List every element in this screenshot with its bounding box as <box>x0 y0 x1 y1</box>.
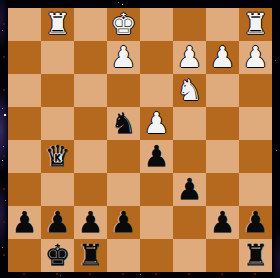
square-d7[interactable] <box>140 206 173 239</box>
square-e1[interactable]: ♚ <box>107 8 140 41</box>
square-h7[interactable]: ♟ <box>8 206 41 239</box>
square-g2[interactable] <box>41 41 74 74</box>
square-e4[interactable]: ♞ <box>107 107 140 140</box>
star-speck <box>275 60 276 61</box>
star-speck <box>2 108 3 109</box>
rank-tick <box>3 221 5 223</box>
piece-white-rook[interactable]: ♜ <box>41 8 74 41</box>
board-frame: ♜♚♜♟♟♟♟♞♞♟♛K♟♟♟♟♟♟♟♟♚♜♜ <box>0 0 280 278</box>
chess-board: ♜♚♜♟♟♟♟♞♞♟♛K♟♟♟♟♟♟♟♟♚♜♜ <box>8 8 272 272</box>
square-a7[interactable]: ♟ <box>239 206 272 239</box>
piece-black-queen[interactable]: ♛K <box>41 140 74 173</box>
star-speck <box>5 200 6 201</box>
piece-black-pawn[interactable]: ♟ <box>206 206 239 239</box>
square-c4[interactable] <box>173 107 206 140</box>
starfield-nebula <box>0 180 8 250</box>
file-tick <box>122 273 124 275</box>
piece-black-pawn[interactable]: ♟ <box>107 206 140 239</box>
file-tick <box>56 273 58 275</box>
piece-white-king[interactable]: ♚ <box>107 8 140 41</box>
square-a2[interactable]: ♟ <box>239 41 272 74</box>
piece-black-king[interactable]: ♚ <box>41 239 74 272</box>
square-a3[interactable] <box>239 74 272 107</box>
square-e8[interactable] <box>107 239 140 272</box>
square-a5[interactable] <box>239 140 272 173</box>
piece-white-pawn[interactable]: ♟ <box>206 41 239 74</box>
piece-white-rook[interactable]: ♜ <box>239 8 272 41</box>
square-h1[interactable] <box>8 8 41 41</box>
star-speck <box>276 150 277 151</box>
piece-white-pawn[interactable]: ♟ <box>239 41 272 74</box>
square-a8[interactable]: ♜ <box>239 239 272 272</box>
square-c1[interactable] <box>173 8 206 41</box>
square-c5[interactable] <box>173 140 206 173</box>
piece-black-rook[interactable]: ♜ <box>239 239 272 272</box>
square-f6[interactable] <box>74 173 107 206</box>
square-f2[interactable] <box>74 41 107 74</box>
square-f5[interactable] <box>74 140 107 173</box>
square-f4[interactable] <box>74 107 107 140</box>
star-speck <box>122 4 123 5</box>
file-tick <box>254 273 256 275</box>
rank-tick <box>3 254 5 256</box>
square-g6[interactable] <box>41 173 74 206</box>
square-h4[interactable] <box>8 107 41 140</box>
square-c2[interactable]: ♟ <box>173 41 206 74</box>
square-a1[interactable]: ♜ <box>239 8 272 41</box>
square-f1[interactable] <box>74 8 107 41</box>
piece-marking-label: K <box>53 154 61 163</box>
piece-black-pawn[interactable]: ♟ <box>239 206 272 239</box>
square-f7[interactable]: ♟ <box>74 206 107 239</box>
square-e5[interactable] <box>107 140 140 173</box>
square-e3[interactable] <box>107 74 140 107</box>
rank-tick <box>3 188 5 190</box>
piece-white-knight[interactable]: ♞ <box>173 74 206 107</box>
piece-black-pawn[interactable]: ♟ <box>41 206 74 239</box>
square-g1[interactable]: ♜ <box>41 8 74 41</box>
star-speck <box>140 274 141 275</box>
square-d5[interactable]: ♟ <box>140 140 173 173</box>
star-speck <box>2 247 3 248</box>
piece-white-pawn[interactable]: ♟ <box>173 41 206 74</box>
file-tick <box>188 273 190 275</box>
piece-black-knight[interactable]: ♞ <box>107 107 140 140</box>
square-c3[interactable]: ♞ <box>173 74 206 107</box>
file-tick <box>155 273 157 275</box>
piece-black-pawn[interactable]: ♟ <box>8 206 41 239</box>
piece-black-rook[interactable]: ♜ <box>74 239 107 272</box>
square-d4[interactable]: ♟ <box>140 107 173 140</box>
square-c8[interactable] <box>173 239 206 272</box>
square-g3[interactable] <box>41 74 74 107</box>
piece-black-pawn[interactable]: ♟ <box>173 173 206 206</box>
rank-tick <box>3 56 5 58</box>
square-a4[interactable] <box>239 107 272 140</box>
square-g7[interactable]: ♟ <box>41 206 74 239</box>
square-b7[interactable]: ♟ <box>206 206 239 239</box>
star-speck <box>2 160 3 161</box>
square-b1[interactable] <box>206 8 239 41</box>
square-d2[interactable] <box>140 41 173 74</box>
square-g4[interactable] <box>41 107 74 140</box>
star-speck <box>4 114 6 116</box>
piece-black-pawn[interactable]: ♟ <box>140 140 173 173</box>
file-tick <box>89 273 91 275</box>
square-c7[interactable] <box>173 206 206 239</box>
square-b4[interactable] <box>206 107 239 140</box>
star-speck <box>2 30 3 31</box>
star-speck <box>60 275 61 276</box>
file-tick <box>221 273 223 275</box>
square-e2[interactable]: ♟ <box>107 41 140 74</box>
square-h6[interactable] <box>8 173 41 206</box>
square-g8[interactable]: ♚ <box>41 239 74 272</box>
rank-tick <box>3 122 5 124</box>
rank-tick <box>3 23 5 25</box>
square-h2[interactable] <box>8 41 41 74</box>
piece-white-pawn[interactable]: ♟ <box>140 107 173 140</box>
square-b5[interactable] <box>206 140 239 173</box>
star-speck <box>118 2 119 3</box>
rank-tick <box>3 89 5 91</box>
square-b3[interactable] <box>206 74 239 107</box>
file-tick <box>23 273 25 275</box>
square-d8[interactable] <box>140 239 173 272</box>
starfield-nebula <box>0 0 8 50</box>
square-h8[interactable] <box>8 239 41 272</box>
square-e6[interactable] <box>107 173 140 206</box>
starfield-nebula <box>272 230 280 278</box>
square-d3[interactable] <box>140 74 173 107</box>
square-e7[interactable]: ♟ <box>107 206 140 239</box>
square-b6[interactable] <box>206 173 239 206</box>
star-speck <box>3 146 4 147</box>
square-g5[interactable]: ♛K <box>41 140 74 173</box>
square-b2[interactable]: ♟ <box>206 41 239 74</box>
square-h3[interactable] <box>8 74 41 107</box>
square-h5[interactable] <box>8 140 41 173</box>
square-f3[interactable] <box>74 74 107 107</box>
square-f8[interactable]: ♜ <box>74 239 107 272</box>
square-c6[interactable]: ♟ <box>173 173 206 206</box>
square-b8[interactable] <box>206 239 239 272</box>
square-a6[interactable] <box>239 173 272 206</box>
rank-tick <box>3 155 5 157</box>
piece-white-pawn[interactable]: ♟ <box>107 41 140 74</box>
square-d6[interactable] <box>140 173 173 206</box>
piece-black-pawn[interactable]: ♟ <box>74 206 107 239</box>
square-d1[interactable] <box>140 8 173 41</box>
